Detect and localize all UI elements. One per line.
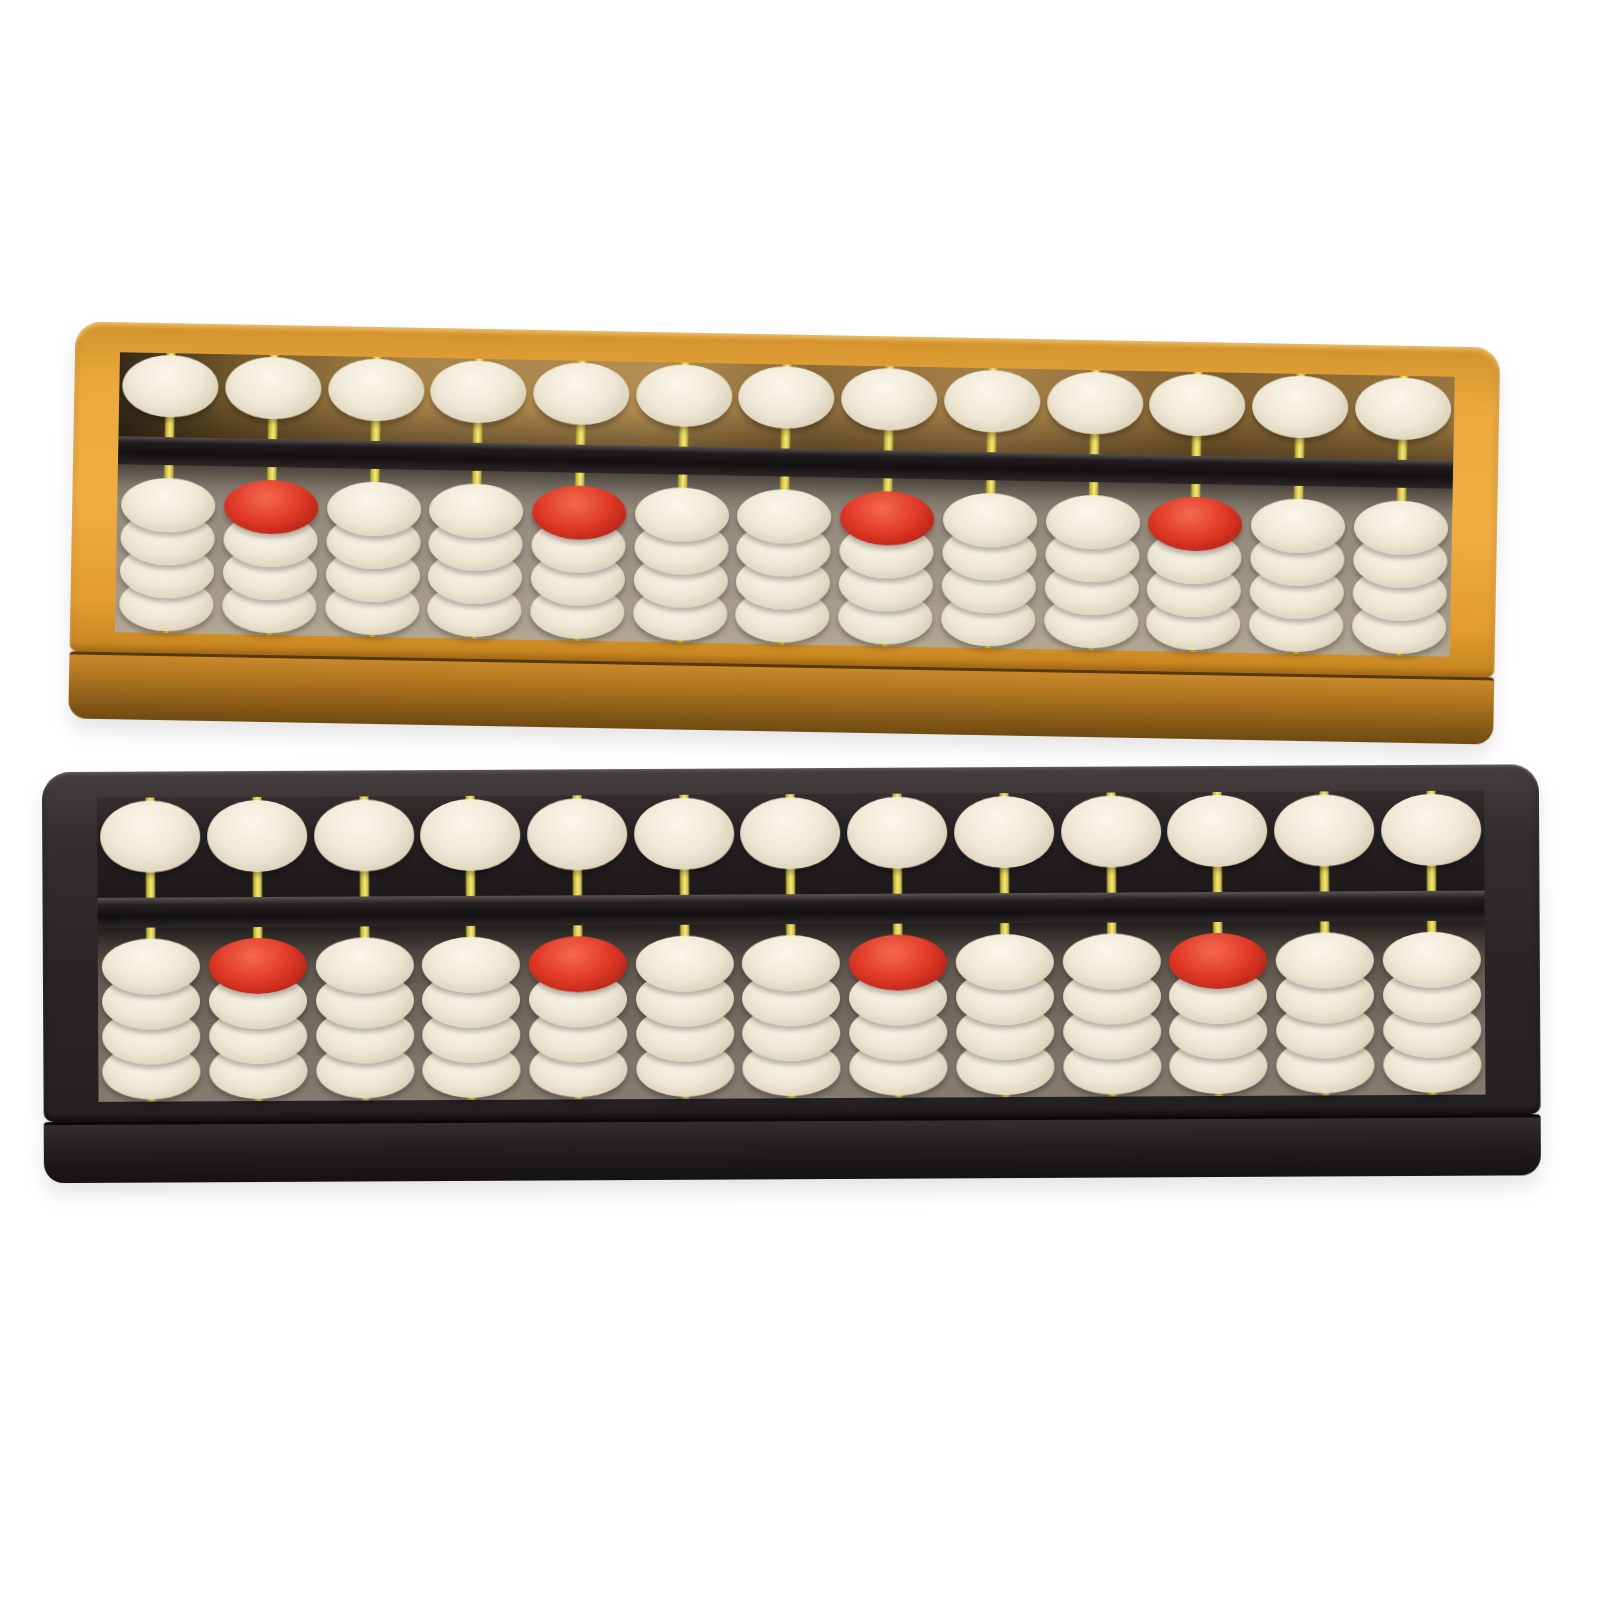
frame-top-face: [42, 764, 1541, 1122]
rod-7-earth-column: [738, 924, 846, 1099]
rod-5-heaven-column: [529, 360, 633, 446]
heaven-bead-rod-5[interactable]: [533, 362, 630, 426]
rod-3-heaven-column: [324, 356, 428, 442]
earth-bead-rod-1-1[interactable]: [102, 938, 200, 995]
rod-11-earth-column: [1165, 922, 1273, 1097]
earth-bead-rod-4-1[interactable]: [422, 937, 520, 994]
rod-2-heaven-column: [221, 354, 325, 440]
earth-bead-rod-13-1[interactable]: [1382, 932, 1480, 989]
earth-bead-rod-9-1[interactable]: [956, 934, 1054, 991]
earth-bead-rod-10-1[interactable]: [1062, 933, 1160, 990]
rod-6-earth-column: [628, 474, 734, 644]
rod-8-earth-column: [844, 923, 952, 1098]
rod-2-earth-column: [218, 466, 324, 636]
heaven-bead-rod-11[interactable]: [1149, 373, 1246, 437]
heaven-bead-rod-1[interactable]: [100, 800, 200, 873]
rod-12-heaven-column: [1271, 791, 1378, 892]
rod-8-heaven-column: [844, 793, 951, 894]
heaven-bead-rod-13[interactable]: [1381, 794, 1481, 867]
frame-top-face: [70, 321, 1501, 677]
unit-marker-bead-rod-2[interactable]: [209, 938, 307, 995]
rod-13-heaven-column: [1377, 791, 1484, 892]
heaven-bead-rod-7[interactable]: [738, 366, 835, 430]
rod-13-earth-column: [1347, 487, 1453, 657]
rod-6-earth-column: [631, 925, 739, 1100]
heaven-bead-rod-4[interactable]: [430, 360, 527, 424]
rod-13-heaven-column: [1351, 375, 1455, 461]
heaven-bead-rod-8[interactable]: [847, 796, 947, 869]
heaven-bead-rod-10[interactable]: [1061, 795, 1161, 868]
earth-bead-rod-7-1[interactable]: [742, 935, 840, 992]
heaven-bead-rod-12[interactable]: [1274, 794, 1374, 867]
rod-4-earth-column: [423, 470, 529, 640]
rod-10-heaven-column: [1043, 369, 1147, 455]
rod-9-earth-column: [951, 923, 1059, 1098]
unit-marker-bead-rod-8[interactable]: [849, 934, 947, 991]
rod-3-heaven-column: [310, 796, 417, 897]
earth-bead-rod-3-1[interactable]: [315, 937, 413, 994]
heaven-bead-rod-3[interactable]: [328, 358, 425, 422]
heaven-bead-rod-5[interactable]: [527, 798, 627, 871]
rod-5-earth-column: [526, 472, 632, 642]
earth-deck: [98, 921, 1486, 1102]
rod-8-heaven-column: [837, 365, 941, 451]
heaven-bead-rod-9[interactable]: [944, 369, 1041, 433]
heaven-bead-rod-6[interactable]: [636, 364, 733, 428]
rod-5-heaven-column: [524, 795, 631, 896]
scene-two-sorobans: [0, 0, 1600, 1600]
heaven-bead-rod-12[interactable]: [1252, 375, 1349, 439]
soroban-yellow: [68, 321, 1500, 744]
earth-deck: [115, 464, 1453, 656]
earth-bead-rod-12-1[interactable]: [1276, 932, 1374, 989]
rod-3-earth-column: [311, 926, 419, 1101]
heaven-bead-rod-3[interactable]: [314, 799, 414, 872]
rod-1-heaven-column: [118, 352, 222, 438]
frame-well: [97, 791, 1486, 1102]
rod-12-heaven-column: [1248, 373, 1352, 459]
rod-12-earth-column: [1244, 485, 1350, 655]
rod-9-earth-column: [936, 479, 1042, 649]
rod-6-heaven-column: [630, 795, 737, 896]
rod-4-earth-column: [418, 926, 526, 1101]
heaven-bead-rod-11[interactable]: [1167, 795, 1267, 868]
heaven-bead-rod-13[interactable]: [1354, 377, 1451, 441]
rod-3-earth-column: [320, 468, 426, 638]
heaven-bead-rod-1[interactable]: [122, 354, 219, 418]
unit-marker-bead-rod-11[interactable]: [1169, 933, 1267, 990]
rod-1-earth-column: [115, 464, 221, 634]
frame-front: [44, 1114, 1541, 1183]
frame-well: [115, 352, 1455, 656]
heaven-bead-rod-9[interactable]: [954, 796, 1054, 869]
rod-1-earth-column: [98, 927, 206, 1102]
rod-7-heaven-column: [737, 794, 844, 895]
rod-11-earth-column: [1142, 483, 1248, 653]
heaven-bead-rod-6[interactable]: [634, 798, 734, 871]
rod-11-heaven-column: [1164, 792, 1271, 893]
rod-4-heaven-column: [417, 796, 524, 897]
earth-bead-rod-6-1[interactable]: [636, 936, 734, 993]
heaven-bead-rod-8[interactable]: [841, 368, 938, 432]
soroban-black: [42, 764, 1541, 1183]
rod-2-earth-column: [204, 927, 312, 1102]
rod-10-heaven-column: [1057, 792, 1164, 893]
rod-11-heaven-column: [1145, 371, 1249, 457]
rod-10-earth-column: [1039, 481, 1145, 651]
rod-13-earth-column: [1378, 921, 1486, 1096]
rod-6-heaven-column: [632, 362, 736, 448]
heaven-bead-rod-2[interactable]: [225, 356, 322, 420]
rod-9-heaven-column: [950, 793, 1057, 894]
rod-9-heaven-column: [940, 367, 1044, 453]
heaven-bead-rod-2[interactable]: [207, 800, 307, 873]
rod-1-heaven-column: [97, 797, 204, 898]
rod-4-heaven-column: [426, 358, 530, 444]
rod-7-earth-column: [731, 476, 837, 646]
heaven-bead-rod-10[interactable]: [1046, 371, 1143, 435]
heaven-deck: [97, 791, 1485, 898]
unit-marker-bead-rod-5[interactable]: [529, 936, 627, 993]
rod-10-earth-column: [1058, 922, 1166, 1097]
rod-2-heaven-column: [204, 797, 311, 898]
heaven-bead-rod-4[interactable]: [420, 799, 520, 872]
rod-12-earth-column: [1271, 921, 1379, 1096]
heaven-bead-rod-7[interactable]: [740, 797, 840, 870]
rod-7-heaven-column: [734, 364, 838, 450]
rod-5-earth-column: [524, 925, 632, 1100]
rod-8-earth-column: [834, 477, 940, 647]
